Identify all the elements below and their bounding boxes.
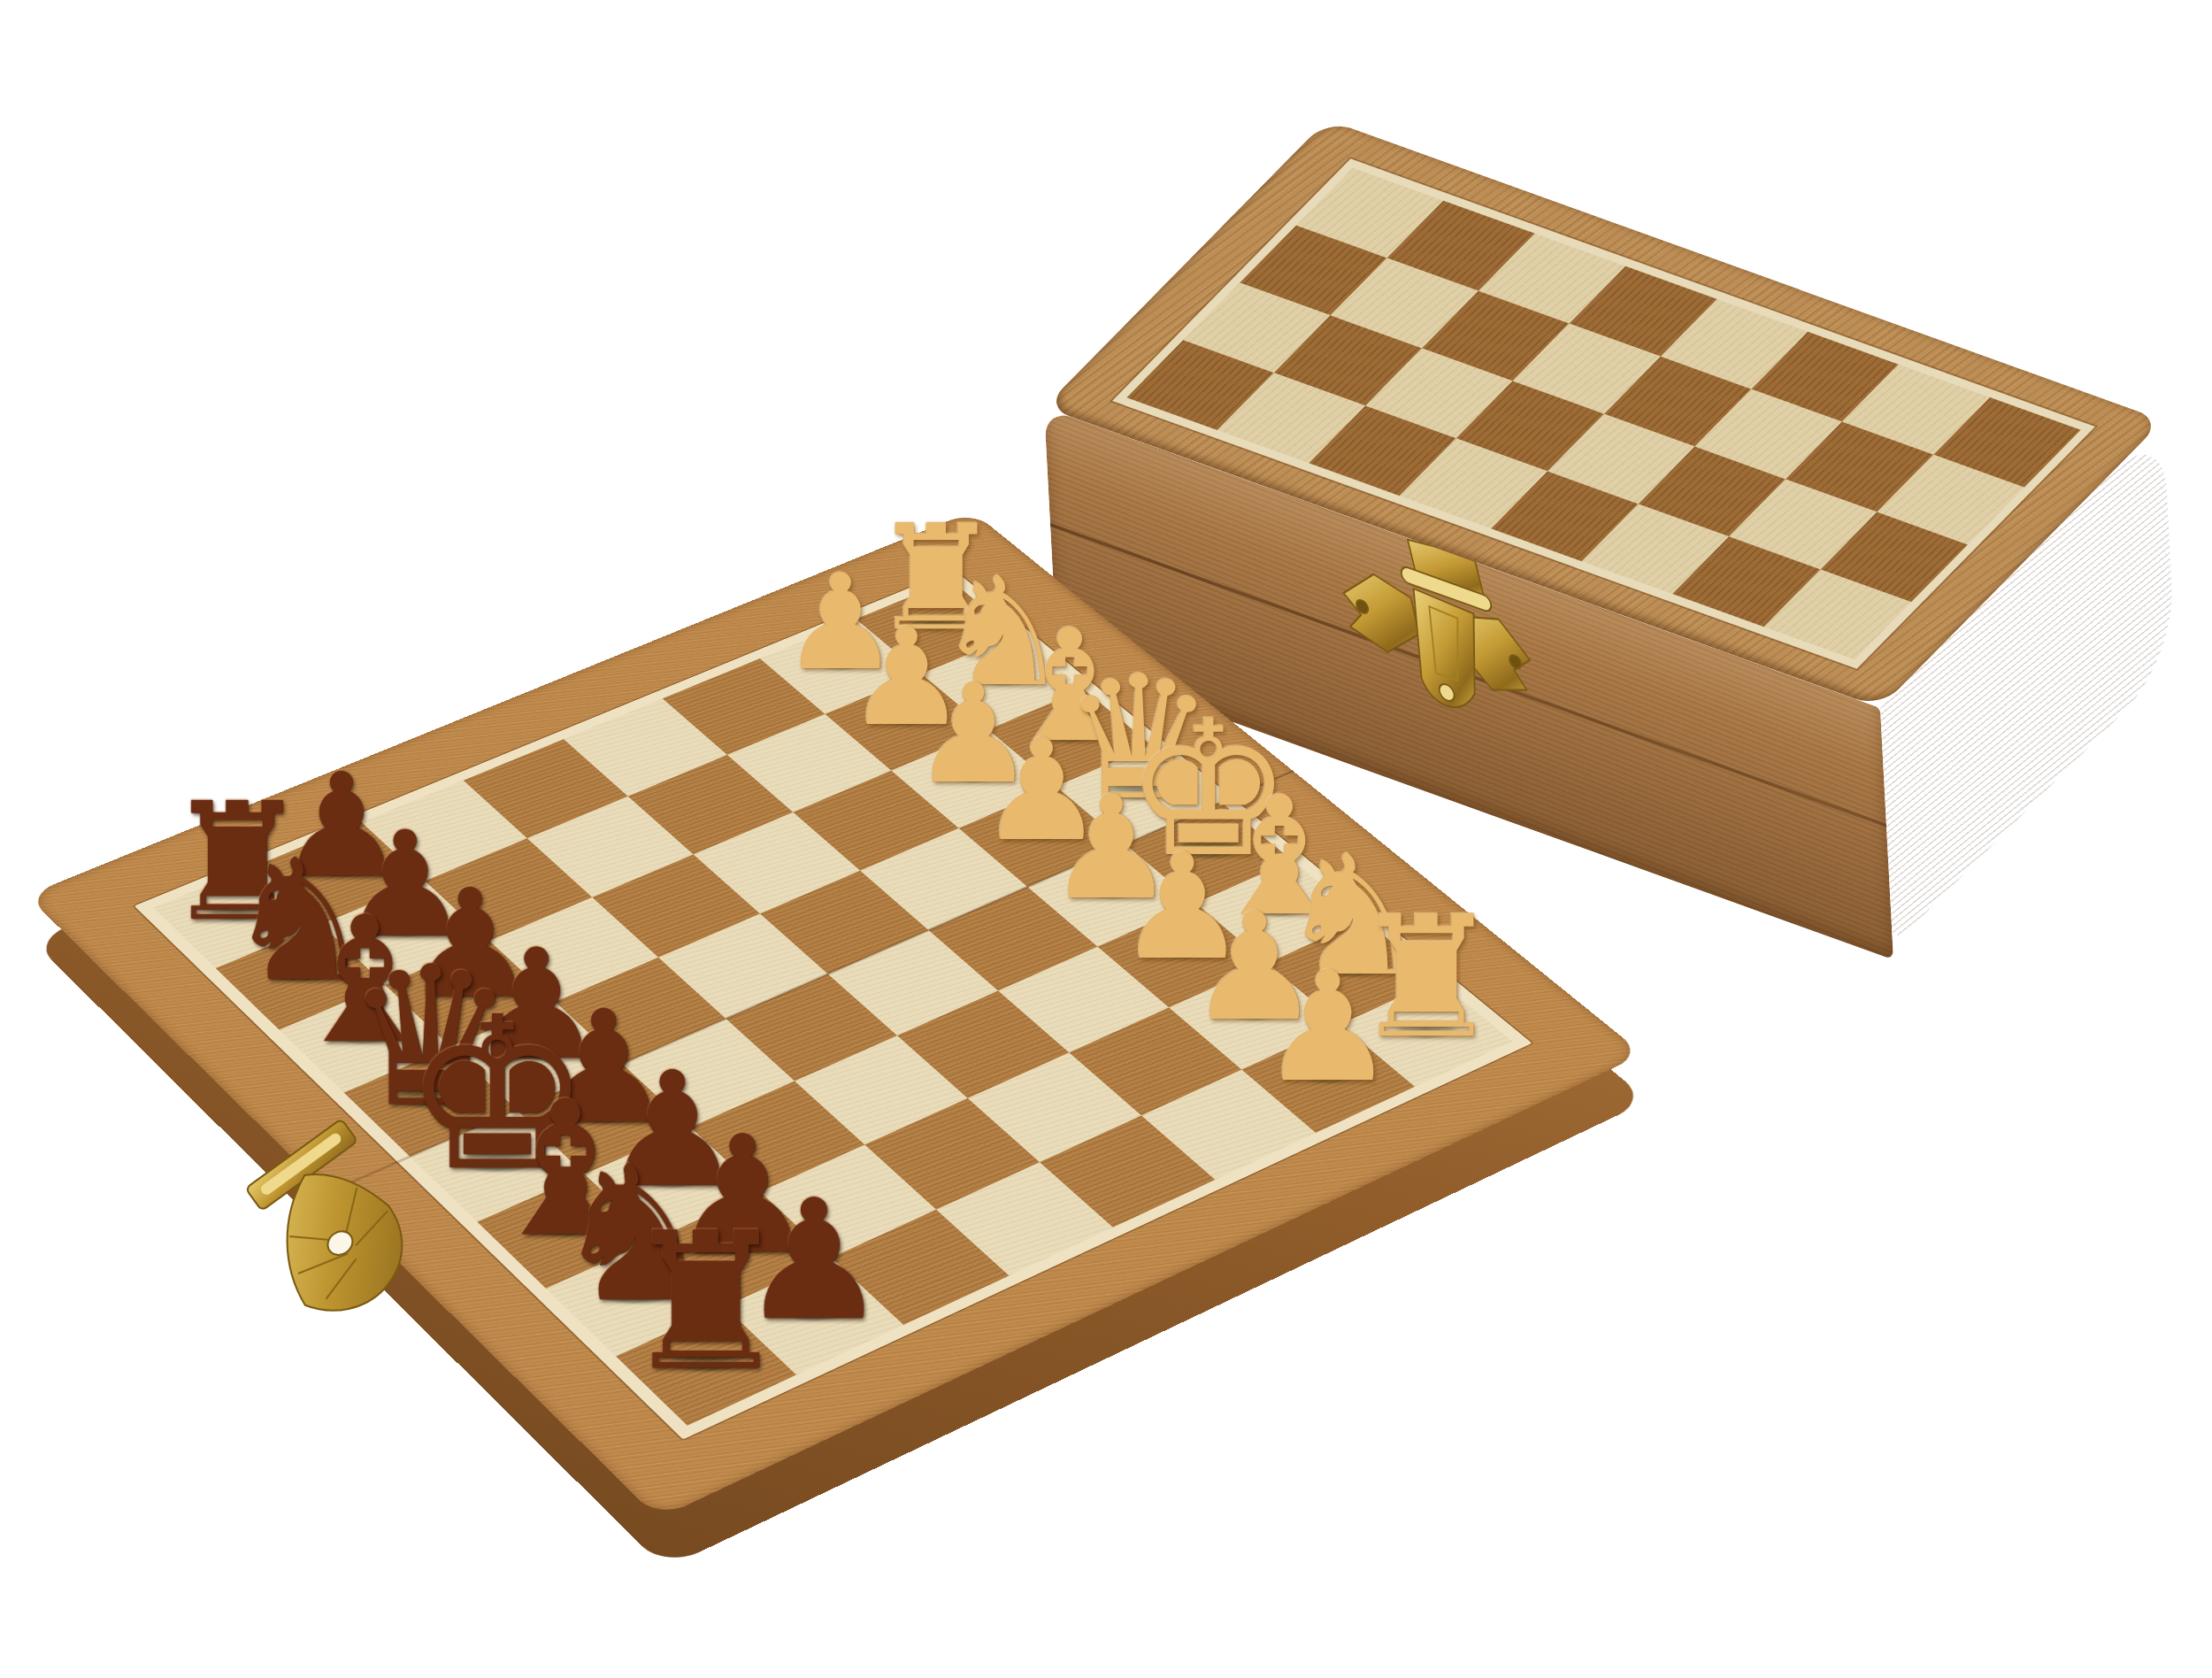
product-photo-scene: ♜♞♝♛♚♝♞♜♟♟♟♟♟♟♟♟♟♟♟♟♟♟♟♟♜♞♝♛♚♝♞♜ bbox=[0, 0, 2212, 1678]
board-clasp-icon bbox=[199, 1146, 389, 1350]
